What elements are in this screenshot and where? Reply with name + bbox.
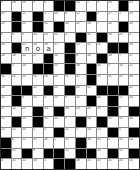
- cell-number: 26: [54, 12, 58, 14]
- cell-number: 12: [129, 64, 133, 66]
- cell-r3c3[interactable]: 25: [22, 22, 32, 32]
- cell-r8c10[interactable]: 25: [97, 75, 107, 85]
- cell-r16c5[interactable]: 1: [44, 159, 54, 169]
- cell-r16c11[interactable]: 21: [108, 159, 118, 169]
- cell-r16c12[interactable]: 20: [119, 159, 129, 169]
- cell-number: 11: [87, 86, 91, 88]
- cell-r14c5[interactable]: 26: [44, 138, 54, 148]
- cell-r2c1[interactable]: 25: [1, 12, 11, 22]
- cell-r13c12[interactable]: 5: [119, 128, 129, 138]
- cell-number: 16: [12, 75, 16, 77]
- block-r9c10: [97, 86, 107, 96]
- cell-r12c5[interactable]: 15: [44, 117, 54, 127]
- cell-number: 26: [87, 107, 91, 109]
- cell-number: 23: [1, 22, 5, 24]
- cell-r5c10[interactable]: 21: [97, 43, 107, 53]
- cell-r3c13[interactable]: 14: [129, 22, 139, 32]
- cell-r2c6[interactable]: 26: [54, 12, 64, 22]
- cell-number: 7: [97, 22, 99, 24]
- cell-r8c1[interactable]: 16: [1, 75, 11, 85]
- block-r5c12: [119, 43, 129, 53]
- cell-r4c3[interactable]: 5: [22, 33, 32, 43]
- cell-r8c7[interactable]: 15: [65, 75, 75, 85]
- cell-r9c1[interactable]: 18: [1, 86, 11, 96]
- cell-number: 17: [129, 54, 133, 56]
- cell-r16c2[interactable]: 25: [12, 159, 22, 169]
- cell-r6c9[interactable]: 18: [87, 54, 97, 64]
- cell-r11c3[interactable]: 21: [22, 107, 32, 117]
- cell-number: 1: [97, 12, 99, 14]
- cell-r16c13[interactable]: 14: [129, 159, 139, 169]
- cell-r16c10[interactable]: 20: [97, 159, 107, 169]
- cell-number: 25: [97, 75, 101, 77]
- block-r4c10: [97, 33, 107, 43]
- cell-r3c10[interactable]: 7: [97, 22, 107, 32]
- cell-r14c4[interactable]: 25: [33, 138, 43, 148]
- cell-r11c8[interactable]: 23: [76, 107, 86, 117]
- cell-r6c2[interactable]: 18: [12, 54, 22, 64]
- cell-r13c9[interactable]: 18: [87, 128, 97, 138]
- cell-r14c3[interactable]: 21: [22, 138, 32, 148]
- block-r6c5: [44, 54, 54, 64]
- cell-r8c6[interactable]: 25: [54, 75, 64, 85]
- block-r15c9: [87, 149, 97, 159]
- cell-r2c12[interactable]: 1: [119, 12, 129, 22]
- cell-number: 15: [44, 22, 48, 24]
- cell-number: 24: [12, 1, 16, 3]
- cell-r5c13[interactable]: 10: [129, 43, 139, 53]
- cell-number: 15: [108, 75, 112, 77]
- cell-r11c7[interactable]: 18: [65, 107, 75, 117]
- cell-number: 15: [119, 117, 123, 119]
- cell-r2c3[interactable]: 21: [22, 12, 32, 22]
- cell-number: 15: [87, 159, 91, 161]
- cell-number: 7: [76, 128, 78, 130]
- cell-number: 8: [22, 96, 24, 98]
- cell-r16c4[interactable]: 18: [33, 159, 43, 169]
- cell-number: 15: [65, 75, 69, 77]
- cell-r5c5[interactable]: 19a: [44, 43, 54, 53]
- cell-r6c13[interactable]: 17: [129, 54, 139, 64]
- cell-r10c8[interactable]: 15: [76, 96, 86, 106]
- cell-number: 20: [119, 159, 123, 161]
- cell-number: 26: [97, 96, 101, 98]
- cell-r13c4[interactable]: 1: [33, 128, 43, 138]
- cell-number: 1: [44, 96, 46, 98]
- cell-number: 8: [12, 138, 14, 140]
- cell-r1c3[interactable]: 25: [22, 1, 32, 11]
- cell-number: 10: [129, 43, 133, 45]
- cell-number: 14: [129, 159, 133, 161]
- cell-number: 15: [54, 96, 58, 98]
- cell-number: 18: [76, 64, 80, 66]
- cell-number: 25: [22, 22, 26, 24]
- cell-number: 5: [119, 128, 121, 130]
- cell-r10c12[interactable]: 17: [119, 96, 129, 106]
- cell-r10c3[interactable]: 8: [22, 96, 32, 106]
- cell-r10c7[interactable]: 5: [65, 96, 75, 106]
- cell-r16c3[interactable]: 12: [22, 159, 32, 169]
- cell-number: 1: [65, 33, 67, 35]
- cell-r12c6[interactable]: 12: [54, 117, 64, 127]
- cell-number: 7: [87, 1, 89, 3]
- cell-r14c12[interactable]: 15: [119, 138, 129, 148]
- block-r7c7: [65, 64, 75, 74]
- block-r7c5: [44, 64, 54, 74]
- block-r12c10: [97, 117, 107, 127]
- cell-r7c10[interactable]: 16: [97, 64, 107, 74]
- codeword-grid: 3242536217320132521126412117123232515161…: [1, 1, 139, 169]
- cell-number: 10: [22, 54, 26, 56]
- cell-letter: o: [36, 46, 40, 53]
- cell-r12c9[interactable]: 14: [87, 117, 97, 127]
- cell-r7c13[interactable]: 12: [129, 64, 139, 74]
- cell-r11c9[interactable]: 26: [87, 107, 97, 117]
- cell-number: 16: [44, 75, 48, 77]
- block-r10c11: [108, 96, 118, 106]
- cell-r13c8[interactable]: 7: [76, 128, 86, 138]
- cell-number: 14: [108, 54, 112, 56]
- cell-r10c1[interactable]: 15: [1, 96, 11, 106]
- block-r12c8: [76, 117, 86, 127]
- cell-number: 23: [44, 33, 48, 35]
- block-r6c10: [97, 54, 107, 64]
- cell-r1c5[interactable]: 6: [44, 1, 54, 11]
- cell-r4c6[interactable]: 15: [54, 33, 64, 43]
- cell-r16c1[interactable]: 4: [1, 159, 11, 169]
- cell-r8c3[interactable]: 25: [22, 75, 32, 85]
- cell-number: 19: [44, 43, 48, 45]
- cell-number: 6: [12, 33, 14, 35]
- cell-r13c1[interactable]: 23: [1, 128, 11, 138]
- cell-r12c13[interactable]: 26: [129, 117, 139, 127]
- cell-r2c11[interactable]: 17: [108, 12, 118, 22]
- cell-number: 14: [129, 96, 133, 98]
- cell-r10c10[interactable]: 26: [97, 96, 107, 106]
- block-r10c2: [12, 96, 22, 106]
- cell-r12c7[interactable]: 5: [65, 117, 75, 127]
- cell-number: 25: [1, 12, 5, 14]
- cell-r4c5[interactable]: 23: [44, 33, 54, 43]
- cell-number: 25: [12, 159, 16, 161]
- block-r14c1: [1, 138, 11, 148]
- cell-number: 1: [54, 138, 56, 140]
- cell-number: 1: [129, 33, 131, 35]
- cell-r13c3[interactable]: 16: [22, 128, 32, 138]
- block-r2c2: [12, 12, 22, 22]
- cell-r14c6[interactable]: 1: [54, 138, 64, 148]
- cell-number: 20: [1, 54, 5, 56]
- cell-number: 21: [97, 107, 101, 109]
- cell-r15c4[interactable]: 8: [33, 149, 43, 159]
- block-r9c7: [65, 86, 75, 96]
- cell-number: 20: [1, 43, 5, 45]
- cell-r5c4[interactable]: 10o: [33, 43, 43, 53]
- block-r6c7: [65, 54, 75, 64]
- cell-r4c9[interactable]: 15: [87, 33, 97, 43]
- cell-r5c6[interactable]: 17: [54, 43, 64, 53]
- cell-number: 4: [76, 54, 78, 56]
- cell-number: 16: [65, 22, 69, 24]
- cell-r6c8[interactable]: 4: [76, 54, 86, 64]
- cell-r1c4[interactable]: 3: [33, 1, 43, 11]
- block-r13c13: [129, 128, 139, 138]
- cell-number: 18: [76, 159, 80, 161]
- block-r14c8: [76, 138, 86, 148]
- cell-r9c9[interactable]: 11: [87, 86, 97, 96]
- cell-r10c6[interactable]: 15: [54, 96, 64, 106]
- block-r15c11: [108, 149, 118, 159]
- block-r13c6: [54, 128, 64, 138]
- cell-r3c11[interactable]: 10: [108, 22, 118, 32]
- cell-r9c13[interactable]: 12: [129, 86, 139, 96]
- cell-r7c3[interactable]: 18: [22, 64, 32, 74]
- cell-number: 21: [76, 43, 80, 45]
- block-r9c3: [22, 86, 32, 96]
- cell-number: 15: [119, 149, 123, 151]
- cell-r14c13[interactable]: 14: [129, 138, 139, 148]
- cell-number: 21: [108, 159, 112, 161]
- cell-number: 18: [12, 54, 16, 56]
- cell-r12c11[interactable]: 21: [108, 117, 118, 127]
- cell-number: 5: [1, 33, 3, 35]
- cell-number: 5: [65, 96, 67, 98]
- cell-number: 16: [1, 75, 5, 77]
- cell-number: 10: [54, 54, 58, 56]
- cell-number: 12: [33, 86, 37, 88]
- cell-r4c11[interactable]: 18: [108, 33, 118, 43]
- block-r12c2: [12, 117, 22, 127]
- cell-number: 17: [33, 54, 37, 56]
- block-r9c2: [12, 86, 22, 96]
- cell-number: 25: [22, 1, 26, 3]
- cell-r1c1[interactable]: 3: [1, 1, 11, 11]
- cell-r1c11[interactable]: 20: [108, 1, 118, 11]
- cell-r6c6[interactable]: 10: [54, 54, 64, 64]
- cell-number: 15: [87, 33, 91, 35]
- block-r10c9: [87, 96, 97, 106]
- cell-r1c8[interactable]: 21: [76, 1, 86, 11]
- cell-number: 1: [33, 128, 35, 130]
- cell-number: 15: [54, 33, 58, 35]
- cell-number: 20: [108, 1, 112, 3]
- cell-r6c4[interactable]: 17: [33, 54, 43, 64]
- cell-number: 25: [54, 75, 58, 77]
- cell-r8c11[interactable]: 15: [108, 75, 118, 85]
- cell-r4c1[interactable]: 5: [1, 33, 11, 43]
- cell-number: 12: [54, 117, 58, 119]
- cell-number: 26: [76, 86, 80, 88]
- cell-r9c6[interactable]: 15: [54, 86, 64, 96]
- cell-r4c7[interactable]: 1: [65, 33, 75, 43]
- cell-number: 16: [97, 64, 101, 66]
- cell-number: 15: [33, 96, 37, 98]
- cell-r1c10[interactable]: 3: [97, 1, 107, 11]
- block-r16c6: [54, 159, 64, 169]
- cell-r9c8[interactable]: 26: [76, 86, 86, 96]
- cell-number: 8: [33, 149, 35, 151]
- cell-r13c10[interactable]: 23: [97, 128, 107, 138]
- cell-number: 15: [119, 75, 123, 77]
- cell-number: 2: [108, 138, 110, 140]
- cell-r15c10[interactable]: 26: [97, 149, 107, 159]
- cell-r10c13[interactable]: 14: [129, 96, 139, 106]
- cell-number: 21: [108, 117, 112, 119]
- cell-r12c3[interactable]: 25: [22, 117, 32, 127]
- cell-number: 15: [1, 96, 5, 98]
- cell-r6c12[interactable]: 7: [119, 54, 129, 64]
- cell-r1c2[interactable]: 24: [12, 1, 22, 11]
- cell-number: 12: [65, 149, 69, 151]
- cell-r2c13[interactable]: 23: [129, 12, 139, 22]
- cell-r15c12[interactable]: 15: [119, 149, 129, 159]
- cell-r8c12[interactable]: 15: [119, 75, 129, 85]
- block-r1c12: [119, 1, 129, 11]
- cell-number: 26: [129, 117, 133, 119]
- cell-r9c4[interactable]: 12: [33, 86, 43, 96]
- cell-r6c3[interactable]: 10: [22, 54, 32, 64]
- cell-r11c1[interactable]: 17: [1, 107, 11, 117]
- cell-r4c4[interactable]: 26: [33, 33, 43, 43]
- cell-r11c2[interactable]: 12: [12, 107, 22, 117]
- block-r15c13: [129, 149, 139, 159]
- cell-r3c7[interactable]: 16: [65, 22, 75, 32]
- cell-number: 21: [22, 12, 26, 14]
- cell-number: 3: [33, 1, 35, 3]
- cell-number: 1: [119, 12, 121, 14]
- cell-number: 15: [54, 64, 58, 66]
- cell-r4c2[interactable]: 6: [12, 33, 22, 43]
- cell-r3c5[interactable]: 15: [44, 22, 54, 32]
- cell-number: 15: [76, 22, 80, 24]
- cell-r13c2[interactable]: 12: [12, 128, 22, 138]
- cell-number: 25: [33, 138, 37, 140]
- cell-letter: n: [25, 46, 29, 53]
- cell-r5c9[interactable]: 11: [87, 43, 97, 53]
- cell-r11c10[interactable]: 21: [97, 107, 107, 117]
- cell-r5c8[interactable]: 21: [76, 43, 86, 53]
- cell-number: 3: [1, 1, 3, 3]
- cell-r12c12[interactable]: 15: [119, 117, 129, 127]
- cell-r16c8[interactable]: 18: [76, 159, 86, 169]
- block-r11c13: [129, 107, 139, 117]
- cell-r13c5[interactable]: 1: [44, 128, 54, 138]
- cell-number: 18: [87, 138, 91, 140]
- block-r3c2: [12, 22, 22, 32]
- cell-number: 5: [108, 64, 110, 66]
- cell-r1c13[interactable]: 13: [129, 1, 139, 11]
- cell-number: 15: [44, 117, 48, 119]
- cell-r8c5[interactable]: 16: [44, 75, 54, 85]
- cell-number: 15: [119, 138, 123, 140]
- cell-r15c2[interactable]: 21: [12, 149, 22, 159]
- cell-r2c8[interactable]: 12: [76, 12, 86, 22]
- cell-r5c1[interactable]: 20: [1, 43, 11, 53]
- cell-number: 15: [76, 96, 80, 98]
- cell-number: 21: [22, 138, 26, 140]
- cell-r7c6[interactable]: 15: [54, 64, 64, 74]
- cell-number: 1: [44, 12, 46, 14]
- cell-r3c8[interactable]: 15: [76, 22, 86, 32]
- block-r2c4: [33, 12, 43, 22]
- cell-r11c5[interactable]: 14: [44, 107, 54, 117]
- cell-r7c11[interactable]: 5: [108, 64, 118, 74]
- cell-r8c8[interactable]: 15: [76, 75, 86, 85]
- block-r16c7: [65, 159, 75, 169]
- cell-r3c9[interactable]: 24: [87, 22, 97, 32]
- cell-r15c7[interactable]: 12: [65, 149, 75, 159]
- cell-number: 4: [65, 12, 67, 14]
- block-r11c6: [54, 107, 64, 117]
- cell-number: 12: [12, 128, 16, 130]
- cell-r14c11[interactable]: 2: [108, 138, 118, 148]
- block-r9c5: [44, 86, 54, 96]
- cell-r14c7[interactable]: 15: [65, 138, 75, 148]
- cell-number: 24: [87, 22, 91, 24]
- cell-r2c7[interactable]: 4: [65, 12, 75, 22]
- cell-r11c12[interactable]: 5: [119, 107, 129, 117]
- codeword-board: 3242536217320132521126412117123232515161…: [0, 0, 140, 170]
- cell-r8c4[interactable]: 16: [33, 75, 43, 85]
- cell-r14c9[interactable]: 18: [87, 138, 97, 148]
- cell-r2c10[interactable]: 1: [97, 12, 107, 22]
- cell-r6c1[interactable]: 20: [1, 54, 11, 64]
- cell-r6c11[interactable]: 14: [108, 54, 118, 64]
- cell-r7c12[interactable]: 16: [119, 64, 129, 74]
- cell-number: 26: [33, 33, 37, 35]
- cell-r4c12[interactable]: 23: [119, 33, 129, 43]
- block-r12c4: [33, 117, 43, 127]
- cell-number: 18: [108, 33, 112, 35]
- cell-r7c8[interactable]: 18: [76, 64, 86, 74]
- block-r11c4: [33, 107, 43, 117]
- cell-r4c13[interactable]: 1: [129, 33, 139, 43]
- block-r2c9: [87, 12, 97, 22]
- cell-number: 10: [33, 43, 37, 45]
- cell-r8c13[interactable]: 18: [129, 75, 139, 85]
- cell-number: 21: [12, 149, 16, 151]
- cell-r10c4[interactable]: 15: [33, 96, 43, 106]
- cell-number: 23: [1, 128, 5, 130]
- block-r1c6: [54, 1, 64, 11]
- block-r7c4: [33, 64, 43, 74]
- cell-r14c10[interactable]: 16: [97, 138, 107, 148]
- cell-number: 16: [22, 128, 26, 130]
- cell-number: 11: [87, 43, 91, 45]
- block-r4c8: [76, 33, 86, 43]
- cell-r2c5[interactable]: 1: [44, 12, 54, 22]
- cell-r10c5[interactable]: 1: [44, 96, 54, 106]
- cell-number: 3: [97, 1, 99, 3]
- cell-r13c7[interactable]: 12: [65, 128, 75, 138]
- cell-number: 21: [97, 43, 101, 45]
- cell-r14c2[interactable]: 8: [12, 138, 22, 148]
- cell-number: 14: [129, 22, 133, 24]
- cell-r12c1[interactable]: 11: [1, 117, 11, 127]
- cell-r8c2[interactable]: 16: [12, 75, 22, 85]
- block-r1c7: [65, 1, 75, 11]
- cell-r3c1[interactable]: 23: [1, 22, 11, 32]
- cell-r7c2[interactable]: 2: [12, 64, 22, 74]
- cell-r16c9[interactable]: 15: [87, 159, 97, 169]
- cell-r5c3[interactable]: 13n: [22, 43, 32, 53]
- cell-number: 1: [44, 159, 46, 161]
- block-r7c9: [87, 64, 97, 74]
- block-r15c8: [76, 149, 86, 159]
- cell-r1c9[interactable]: 7: [87, 1, 97, 11]
- cell-number: 17: [108, 12, 112, 14]
- block-r15c5: [44, 149, 54, 159]
